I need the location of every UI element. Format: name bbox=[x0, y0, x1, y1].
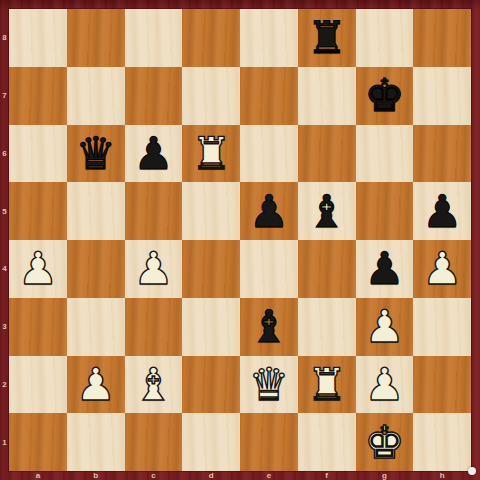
square-d4[interactable] bbox=[182, 240, 240, 298]
square-h5[interactable]: ♟ bbox=[413, 182, 471, 240]
square-b2[interactable]: ♟ bbox=[67, 356, 125, 414]
piece-black-queen-b6: ♛ bbox=[75, 125, 115, 182]
square-e4[interactable] bbox=[240, 240, 298, 298]
square-d8[interactable] bbox=[182, 9, 240, 67]
file-label-h: h bbox=[413, 471, 471, 480]
square-d3[interactable] bbox=[182, 298, 240, 356]
square-e5[interactable]: ♟ bbox=[240, 182, 298, 240]
piece-white-rook-d6: ♜ bbox=[191, 125, 231, 182]
rank-label-6: 6 bbox=[0, 125, 9, 183]
square-g2[interactable]: ♟ bbox=[356, 356, 414, 414]
square-e7[interactable] bbox=[240, 67, 298, 125]
file-label-g: g bbox=[356, 471, 414, 480]
square-a8[interactable] bbox=[9, 9, 67, 67]
square-e1[interactable] bbox=[240, 413, 298, 471]
file-label-f: f bbox=[298, 471, 356, 480]
square-e8[interactable] bbox=[240, 9, 298, 67]
square-e2[interactable]: ♛ bbox=[240, 356, 298, 414]
square-a7[interactable] bbox=[9, 67, 67, 125]
square-f5[interactable]: ♝ bbox=[298, 182, 356, 240]
chess-board-frame: ♜♚♛♟♜♟♝♟♟♟♟♟♝♟♟♝♛♜♟♚ 87654321 abcdefgh bbox=[0, 0, 480, 480]
piece-black-king-g7: ♚ bbox=[364, 67, 404, 124]
rank-label-4: 4 bbox=[0, 240, 9, 298]
square-a1[interactable] bbox=[9, 413, 67, 471]
square-h8[interactable] bbox=[413, 9, 471, 67]
square-g5[interactable] bbox=[356, 182, 414, 240]
piece-white-queen-e2: ♛ bbox=[249, 356, 289, 413]
square-f3[interactable] bbox=[298, 298, 356, 356]
square-h3[interactable] bbox=[413, 298, 471, 356]
square-c4[interactable]: ♟ bbox=[125, 240, 183, 298]
file-label-c: c bbox=[125, 471, 183, 480]
square-d7[interactable] bbox=[182, 67, 240, 125]
file-label-a: a bbox=[9, 471, 67, 480]
square-g1[interactable]: ♚ bbox=[356, 413, 414, 471]
square-f8[interactable]: ♜ bbox=[298, 9, 356, 67]
piece-black-rook-f8: ♜ bbox=[306, 9, 346, 66]
rank-label-5: 5 bbox=[0, 182, 9, 240]
square-g6[interactable] bbox=[356, 125, 414, 183]
piece-white-pawn-g3: ♟ bbox=[364, 298, 404, 355]
square-f6[interactable] bbox=[298, 125, 356, 183]
square-a5[interactable] bbox=[9, 182, 67, 240]
square-b8[interactable] bbox=[67, 9, 125, 67]
square-c6[interactable]: ♟ bbox=[125, 125, 183, 183]
square-a4[interactable]: ♟ bbox=[9, 240, 67, 298]
piece-white-pawn-a4: ♟ bbox=[18, 240, 58, 297]
square-a6[interactable] bbox=[9, 125, 67, 183]
square-f7[interactable] bbox=[298, 67, 356, 125]
rank-label-2: 2 bbox=[0, 356, 9, 414]
square-d2[interactable] bbox=[182, 356, 240, 414]
piece-black-pawn-h5: ♟ bbox=[422, 183, 462, 240]
rank-label-3: 3 bbox=[0, 298, 9, 356]
square-c8[interactable] bbox=[125, 9, 183, 67]
square-g7[interactable]: ♚ bbox=[356, 67, 414, 125]
square-h2[interactable] bbox=[413, 356, 471, 414]
rank-label-8: 8 bbox=[0, 9, 9, 67]
piece-black-bishop-f5: ♝ bbox=[306, 183, 346, 240]
square-f4[interactable] bbox=[298, 240, 356, 298]
square-h4[interactable]: ♟ bbox=[413, 240, 471, 298]
piece-white-bishop-c2: ♝ bbox=[133, 356, 173, 413]
square-b3[interactable] bbox=[67, 298, 125, 356]
piece-white-king-g1: ♚ bbox=[364, 414, 404, 471]
square-g4[interactable]: ♟ bbox=[356, 240, 414, 298]
square-c5[interactable] bbox=[125, 182, 183, 240]
square-f2[interactable]: ♜ bbox=[298, 356, 356, 414]
square-d5[interactable] bbox=[182, 182, 240, 240]
square-e6[interactable] bbox=[240, 125, 298, 183]
white-to-move-indicator bbox=[468, 467, 476, 475]
square-b5[interactable] bbox=[67, 182, 125, 240]
piece-white-pawn-b2: ♟ bbox=[75, 356, 115, 413]
rank-label-1: 1 bbox=[0, 413, 9, 471]
square-b4[interactable] bbox=[67, 240, 125, 298]
square-g3[interactable]: ♟ bbox=[356, 298, 414, 356]
square-d6[interactable]: ♜ bbox=[182, 125, 240, 183]
square-h7[interactable] bbox=[413, 67, 471, 125]
square-e3[interactable]: ♝ bbox=[240, 298, 298, 356]
piece-white-pawn-g2: ♟ bbox=[364, 356, 404, 413]
square-b6[interactable]: ♛ bbox=[67, 125, 125, 183]
square-c1[interactable] bbox=[125, 413, 183, 471]
piece-white-pawn-h4: ♟ bbox=[422, 240, 462, 297]
piece-black-pawn-g4: ♟ bbox=[364, 240, 404, 297]
square-d1[interactable] bbox=[182, 413, 240, 471]
square-b7[interactable] bbox=[67, 67, 125, 125]
square-b1[interactable] bbox=[67, 413, 125, 471]
piece-white-rook-f2: ♜ bbox=[306, 356, 346, 413]
square-f1[interactable] bbox=[298, 413, 356, 471]
file-label-d: d bbox=[182, 471, 240, 480]
file-label-b: b bbox=[67, 471, 125, 480]
square-c3[interactable] bbox=[125, 298, 183, 356]
square-h6[interactable] bbox=[413, 125, 471, 183]
piece-black-bishop-e3: ♝ bbox=[249, 298, 289, 355]
square-c2[interactable]: ♝ bbox=[125, 356, 183, 414]
square-c7[interactable] bbox=[125, 67, 183, 125]
piece-black-pawn-c6: ♟ bbox=[133, 125, 173, 182]
rank-label-7: 7 bbox=[0, 67, 9, 125]
chess-board: ♜♚♛♟♜♟♝♟♟♟♟♟♝♟♟♝♛♜♟♚ bbox=[9, 9, 471, 471]
square-h1[interactable] bbox=[413, 413, 471, 471]
piece-black-pawn-e5: ♟ bbox=[249, 183, 289, 240]
file-label-e: e bbox=[240, 471, 298, 480]
piece-white-pawn-c4: ♟ bbox=[133, 240, 173, 297]
square-a3[interactable] bbox=[9, 298, 67, 356]
square-g8[interactable] bbox=[356, 9, 414, 67]
square-a2[interactable] bbox=[9, 356, 67, 414]
